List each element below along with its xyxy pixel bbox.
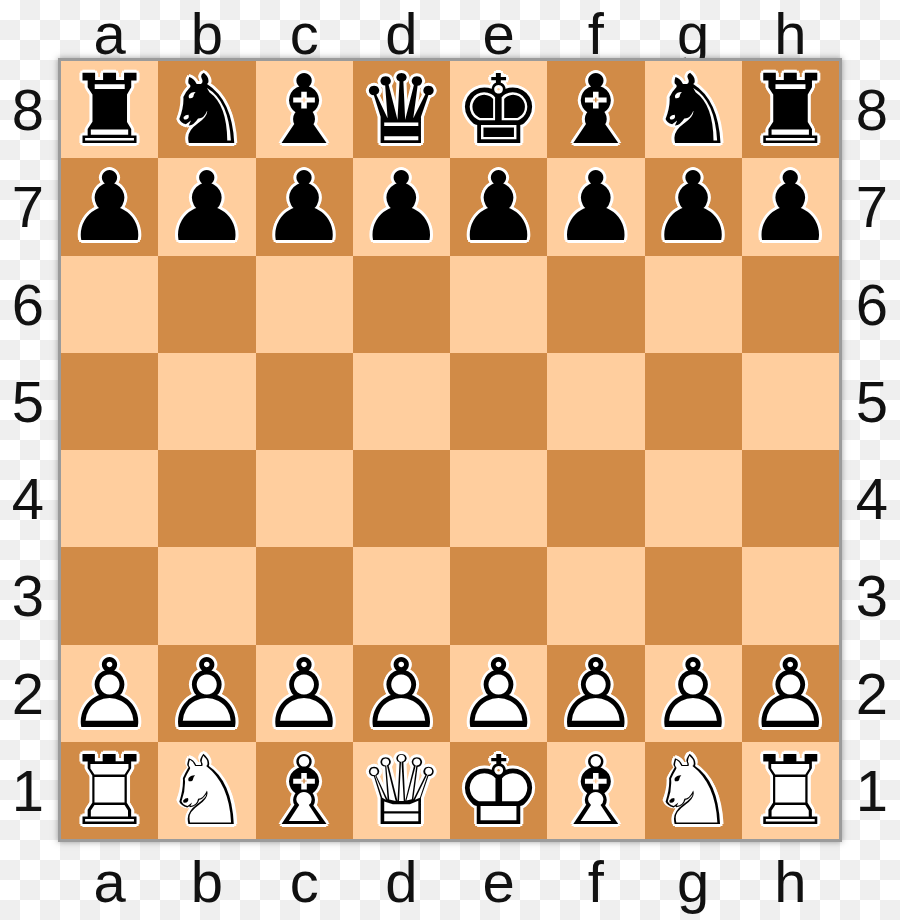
rank-label-left-5: 5 [0,353,56,450]
square-a1[interactable]: ♜♖ [61,742,158,839]
square-g4[interactable] [645,450,742,547]
square-c8[interactable]: ♝ [256,61,353,158]
white-piece-outline: ♙ [650,646,736,743]
square-g2[interactable]: ♟♙ [645,645,742,742]
rank-label-left-4: 4 [0,450,56,547]
square-b1[interactable]: ♞♘ [158,742,255,839]
square-g5[interactable] [645,353,742,450]
square-d3[interactable] [353,547,450,644]
piece-white-rook[interactable]: ♜♖ [67,743,153,840]
file-labels-bottom: abcdefgh [61,844,839,918]
square-h4[interactable] [742,450,839,547]
square-b7[interactable]: ♟ [158,158,255,255]
rank-label-right-1: 1 [844,742,900,839]
piece-black-bishop[interactable]: ♝ [553,62,639,159]
square-e6[interactable] [450,256,547,353]
square-h7[interactable]: ♟ [742,158,839,255]
square-c1[interactable]: ♝♗ [256,742,353,839]
piece-black-pawn[interactable]: ♟ [261,159,347,256]
chess-board: ♜♞♝♛♚♝♞♜♟♟♟♟♟♟♟♟♟♙♟♙♟♙♟♙♟♙♟♙♟♙♟♙♜♖♞♘♝♗♛♕… [58,58,842,842]
square-g7[interactable]: ♟ [645,158,742,255]
square-c4[interactable] [256,450,353,547]
piece-white-pawn[interactable]: ♟♙ [650,646,736,743]
square-d6[interactable] [353,256,450,353]
piece-white-king[interactable]: ♚♔ [456,743,542,840]
square-g8[interactable]: ♞ [645,61,742,158]
rank-labels-left: 87654321 [0,61,56,839]
square-b4[interactable] [158,450,255,547]
square-c5[interactable] [256,353,353,450]
file-label-bottom-c: c [256,844,353,918]
square-f7[interactable]: ♟ [547,158,644,255]
piece-white-pawn[interactable]: ♟♙ [747,646,833,743]
rank-label-right-8: 8 [844,61,900,158]
piece-black-knight[interactable]: ♞ [164,62,250,159]
piece-white-bishop[interactable]: ♝♗ [553,743,639,840]
square-e7[interactable]: ♟ [450,158,547,255]
square-d8[interactable]: ♛ [353,61,450,158]
rank-label-right-7: 7 [844,158,900,255]
square-f3[interactable] [547,547,644,644]
piece-black-pawn[interactable]: ♟ [67,159,153,256]
rank-label-right-6: 6 [844,256,900,353]
square-b6[interactable] [158,256,255,353]
file-labels-top: abcdefgh [61,0,839,56]
square-a7[interactable]: ♟ [61,158,158,255]
piece-black-knight[interactable]: ♞ [650,62,736,159]
white-piece-outline: ♘ [650,743,736,840]
white-piece-outline: ♙ [164,646,250,743]
square-b2[interactable]: ♟♙ [158,645,255,742]
piece-white-pawn[interactable]: ♟♙ [67,646,153,743]
square-f1[interactable]: ♝♗ [547,742,644,839]
piece-black-bishop[interactable]: ♝ [261,62,347,159]
square-e5[interactable] [450,353,547,450]
chessboard-diagram: abcdefgh 87654321 ♜♞♝♛♚♝♞♜♟♟♟♟♟♟♟♟♟♙♟♙♟♙… [0,0,900,920]
piece-black-rook[interactable]: ♜ [67,62,153,159]
piece-white-knight[interactable]: ♞♘ [650,743,736,840]
white-piece-outline: ♙ [456,646,542,743]
file-label-bottom-a: a [61,844,158,918]
rank-label-right-5: 5 [844,353,900,450]
piece-black-pawn[interactable]: ♟ [553,159,639,256]
white-piece-outline: ♔ [456,743,542,840]
white-piece-outline: ♖ [67,743,153,840]
white-piece-outline: ♗ [553,743,639,840]
square-e8[interactable]: ♚ [450,61,547,158]
rank-label-left-1: 1 [0,742,56,839]
white-piece-outline: ♘ [164,743,250,840]
piece-white-knight[interactable]: ♞♘ [164,743,250,840]
piece-black-pawn[interactable]: ♟ [747,159,833,256]
square-h6[interactable] [742,256,839,353]
square-b3[interactable] [158,547,255,644]
file-label-bottom-e: e [450,844,547,918]
piece-white-bishop[interactable]: ♝♗ [261,743,347,840]
square-h3[interactable] [742,547,839,644]
square-f8[interactable]: ♝ [547,61,644,158]
white-piece-outline: ♙ [747,646,833,743]
white-piece-outline: ♙ [67,646,153,743]
square-d7[interactable]: ♟ [353,158,450,255]
white-piece-outline: ♕ [358,743,444,840]
square-h1[interactable]: ♜♖ [742,742,839,839]
square-e2[interactable]: ♟♙ [450,645,547,742]
square-g3[interactable] [645,547,742,644]
square-d1[interactable]: ♛♕ [353,742,450,839]
file-label-bottom-g: g [645,844,742,918]
square-e3[interactable] [450,547,547,644]
square-c3[interactable] [256,547,353,644]
white-piece-outline: ♙ [553,646,639,743]
piece-black-pawn[interactable]: ♟ [650,159,736,256]
piece-white-pawn[interactable]: ♟♙ [164,646,250,743]
file-label-bottom-h: h [742,844,839,918]
square-a8[interactable]: ♜ [61,61,158,158]
square-d5[interactable] [353,353,450,450]
rank-label-left-3: 3 [0,547,56,644]
piece-white-queen[interactable]: ♛♕ [358,743,444,840]
square-d4[interactable] [353,450,450,547]
rank-label-left-8: 8 [0,61,56,158]
file-label-bottom-d: d [353,844,450,918]
white-piece-outline: ♙ [358,646,444,743]
rank-label-left-6: 6 [0,256,56,353]
square-g1[interactable]: ♞♘ [645,742,742,839]
square-f4[interactable] [547,450,644,547]
square-c2[interactable]: ♟♙ [256,645,353,742]
square-h8[interactable]: ♜ [742,61,839,158]
square-a3[interactable] [61,547,158,644]
square-f2[interactable]: ♟♙ [547,645,644,742]
piece-black-pawn[interactable]: ♟ [164,159,250,256]
piece-white-pawn[interactable]: ♟♙ [553,646,639,743]
piece-black-queen[interactable]: ♛ [358,62,444,159]
square-e1[interactable]: ♚♔ [450,742,547,839]
piece-white-pawn[interactable]: ♟♙ [456,646,542,743]
rank-labels-right: 87654321 [844,61,900,839]
square-a6[interactable] [61,256,158,353]
file-label-bottom-f: f [547,844,644,918]
square-a4[interactable] [61,450,158,547]
square-h5[interactable] [742,353,839,450]
square-f5[interactable] [547,353,644,450]
piece-black-king[interactable]: ♚ [456,62,542,159]
square-b5[interactable] [158,353,255,450]
piece-white-rook[interactable]: ♜♖ [747,743,833,840]
white-piece-outline: ♙ [261,646,347,743]
square-d2[interactable]: ♟♙ [353,645,450,742]
piece-white-pawn[interactable]: ♟♙ [261,646,347,743]
square-e4[interactable] [450,450,547,547]
piece-black-rook[interactable]: ♜ [747,62,833,159]
square-a5[interactable] [61,353,158,450]
white-piece-outline: ♖ [747,743,833,840]
rank-label-left-7: 7 [0,158,56,255]
piece-white-pawn[interactable]: ♟♙ [358,646,444,743]
square-g6[interactable] [645,256,742,353]
square-f6[interactable] [547,256,644,353]
file-label-bottom-b: b [158,844,255,918]
piece-black-pawn[interactable]: ♟ [456,159,542,256]
rank-label-right-3: 3 [844,547,900,644]
rank-label-right-4: 4 [844,450,900,547]
rank-label-left-2: 2 [0,645,56,742]
rank-label-right-2: 2 [844,645,900,742]
piece-black-pawn[interactable]: ♟ [358,159,444,256]
white-piece-outline: ♗ [261,743,347,840]
square-b8[interactable]: ♞ [158,61,255,158]
square-c7[interactable]: ♟ [256,158,353,255]
square-a2[interactable]: ♟♙ [61,645,158,742]
square-h2[interactable]: ♟♙ [742,645,839,742]
square-c6[interactable] [256,256,353,353]
